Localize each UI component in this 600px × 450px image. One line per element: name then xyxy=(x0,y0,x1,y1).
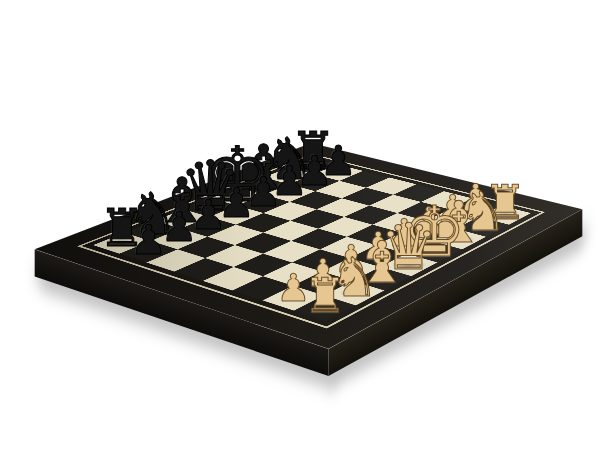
chess-board xyxy=(35,143,583,349)
chess-set-photo: ♜♞♝♛♚♝♞♜♟♟♟♟♟♟♟♟♟♟♟♟♟♟♟♟♜♞♝♛♚♝♞♜ xyxy=(0,0,600,450)
